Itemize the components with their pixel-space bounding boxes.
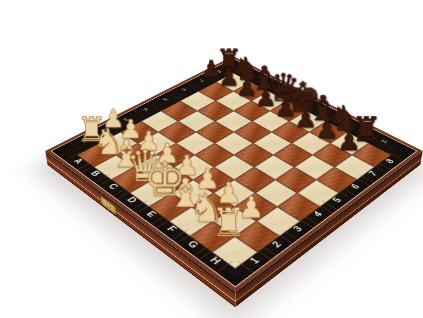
piece-white-rook-h1[interactable]: ♜ xyxy=(205,195,252,251)
piece-black-pawn-h7[interactable]: ♟ xyxy=(328,117,370,166)
photo-scene: AABBCCDDEEFFGGHH1122334455667788 ♜♞♝♛♚♝♞… xyxy=(0,0,423,318)
chess-board: AABBCCDDEEFFGGHH1122334455667788 ♜♞♝♛♚♝♞… xyxy=(45,56,422,292)
